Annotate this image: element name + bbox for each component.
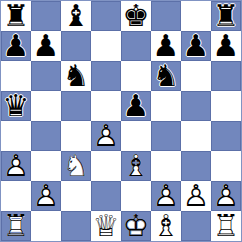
white-knight-icon[interactable]: ♞♘ <box>61 151 91 181</box>
white-pawn-icon[interactable]: ♟♙ <box>181 181 211 211</box>
square-f1[interactable]: ♝♗ <box>151 211 181 241</box>
square-e4[interactable] <box>121 121 151 151</box>
white-pawn-icon[interactable]: ♟♙ <box>31 181 61 211</box>
square-h4[interactable] <box>211 121 241 151</box>
white-bishop-outline: ♗ <box>121 151 151 181</box>
square-h1[interactable]: ♜♖ <box>211 211 241 241</box>
square-h5[interactable] <box>211 91 241 121</box>
white-pawn-icon[interactable]: ♟♙ <box>91 121 121 151</box>
square-g2[interactable]: ♟♙ <box>181 181 211 211</box>
square-d6[interactable] <box>91 61 121 91</box>
square-b7[interactable]: ♟ <box>31 31 61 61</box>
square-b6[interactable] <box>31 61 61 91</box>
square-e1[interactable]: ♚♔ <box>121 211 151 241</box>
white-rook-outline: ♖ <box>211 211 241 241</box>
chess-board: ♜♝♚♜♟♟♟♟♟♞♞♛♟♟♙♟♙♞♘♝♗♟♙♟♙♟♙♟♙♜♖♛♕♚♔♝♗♜♖ <box>0 0 242 242</box>
square-a5[interactable]: ♛ <box>1 91 31 121</box>
black-pawn-icon[interactable]: ♟ <box>181 31 211 61</box>
square-f5[interactable] <box>151 91 181 121</box>
black-knight-icon[interactable]: ♞ <box>151 61 181 91</box>
square-d8[interactable] <box>91 1 121 31</box>
square-g7[interactable]: ♟ <box>181 31 211 61</box>
square-d2[interactable] <box>91 181 121 211</box>
black-pawn-icon[interactable]: ♟ <box>31 31 61 61</box>
black-bishop-icon[interactable]: ♝ <box>61 1 91 31</box>
square-d1[interactable]: ♛♕ <box>91 211 121 241</box>
square-c3[interactable]: ♞♘ <box>61 151 91 181</box>
white-pawn-outline: ♙ <box>91 121 121 151</box>
square-f3[interactable] <box>151 151 181 181</box>
square-a2[interactable] <box>1 181 31 211</box>
black-rook-icon[interactable]: ♜ <box>1 1 31 31</box>
square-a8[interactable]: ♜ <box>1 1 31 31</box>
white-queen-icon[interactable]: ♛♕ <box>91 211 121 241</box>
square-e8[interactable]: ♚ <box>121 1 151 31</box>
square-f2[interactable]: ♟♙ <box>151 181 181 211</box>
square-e7[interactable] <box>121 31 151 61</box>
square-a4[interactable] <box>1 121 31 151</box>
square-c6[interactable]: ♞ <box>61 61 91 91</box>
white-knight-outline: ♘ <box>61 151 91 181</box>
square-c1[interactable] <box>61 211 91 241</box>
square-e5[interactable]: ♟ <box>121 91 151 121</box>
square-g4[interactable] <box>181 121 211 151</box>
black-knight-icon[interactable]: ♞ <box>61 61 91 91</box>
square-f7[interactable]: ♟ <box>151 31 181 61</box>
black-rook-icon[interactable]: ♜ <box>211 1 241 31</box>
square-g8[interactable] <box>181 1 211 31</box>
square-d3[interactable] <box>91 151 121 181</box>
square-d7[interactable] <box>91 31 121 61</box>
square-g1[interactable] <box>181 211 211 241</box>
square-e6[interactable] <box>121 61 151 91</box>
black-pawn-icon[interactable]: ♟ <box>1 31 31 61</box>
square-d4[interactable]: ♟♙ <box>91 121 121 151</box>
square-g3[interactable] <box>181 151 211 181</box>
black-pawn-icon[interactable]: ♟ <box>211 31 241 61</box>
square-g6[interactable] <box>181 61 211 91</box>
white-pawn-outline: ♙ <box>151 181 181 211</box>
square-c8[interactable]: ♝ <box>61 1 91 31</box>
white-bishop-outline: ♗ <box>151 211 181 241</box>
square-h6[interactable] <box>211 61 241 91</box>
square-b2[interactable]: ♟♙ <box>31 181 61 211</box>
square-c4[interactable] <box>61 121 91 151</box>
white-pawn-outline: ♙ <box>1 151 31 181</box>
white-king-icon[interactable]: ♚♔ <box>121 211 151 241</box>
square-b1[interactable] <box>31 211 61 241</box>
square-e2[interactable] <box>121 181 151 211</box>
white-pawn-icon[interactable]: ♟♙ <box>211 181 241 211</box>
square-c5[interactable] <box>61 91 91 121</box>
square-b3[interactable] <box>31 151 61 181</box>
white-bishop-icon[interactable]: ♝♗ <box>121 151 151 181</box>
square-h8[interactable]: ♜ <box>211 1 241 31</box>
black-king-icon[interactable]: ♚ <box>121 1 151 31</box>
square-h7[interactable]: ♟ <box>211 31 241 61</box>
white-pawn-outline: ♙ <box>211 181 241 211</box>
square-a3[interactable]: ♟♙ <box>1 151 31 181</box>
square-d5[interactable] <box>91 91 121 121</box>
white-king-outline: ♔ <box>121 211 151 241</box>
square-a1[interactable]: ♜♖ <box>1 211 31 241</box>
white-bishop-icon[interactable]: ♝♗ <box>151 211 181 241</box>
white-rook-icon[interactable]: ♜♖ <box>1 211 31 241</box>
square-b4[interactable] <box>31 121 61 151</box>
white-pawn-outline: ♙ <box>31 181 61 211</box>
square-c7[interactable] <box>61 31 91 61</box>
white-pawn-outline: ♙ <box>181 181 211 211</box>
square-a6[interactable] <box>1 61 31 91</box>
white-pawn-icon[interactable]: ♟♙ <box>1 151 31 181</box>
square-e3[interactable]: ♝♗ <box>121 151 151 181</box>
square-f4[interactable] <box>151 121 181 151</box>
white-rook-icon[interactable]: ♜♖ <box>211 211 241 241</box>
square-f8[interactable] <box>151 1 181 31</box>
square-b5[interactable] <box>31 91 61 121</box>
square-f6[interactable]: ♞ <box>151 61 181 91</box>
black-queen-icon[interactable]: ♛ <box>1 91 31 121</box>
black-pawn-icon[interactable]: ♟ <box>121 91 151 121</box>
white-pawn-icon[interactable]: ♟♙ <box>151 181 181 211</box>
black-pawn-icon[interactable]: ♟ <box>151 31 181 61</box>
white-queen-outline: ♕ <box>91 211 121 241</box>
square-c2[interactable] <box>61 181 91 211</box>
square-a7[interactable]: ♟ <box>1 31 31 61</box>
square-g5[interactable] <box>181 91 211 121</box>
square-b8[interactable] <box>31 1 61 31</box>
square-h2[interactable]: ♟♙ <box>211 181 241 211</box>
square-h3[interactable] <box>211 151 241 181</box>
white-rook-outline: ♖ <box>1 211 31 241</box>
